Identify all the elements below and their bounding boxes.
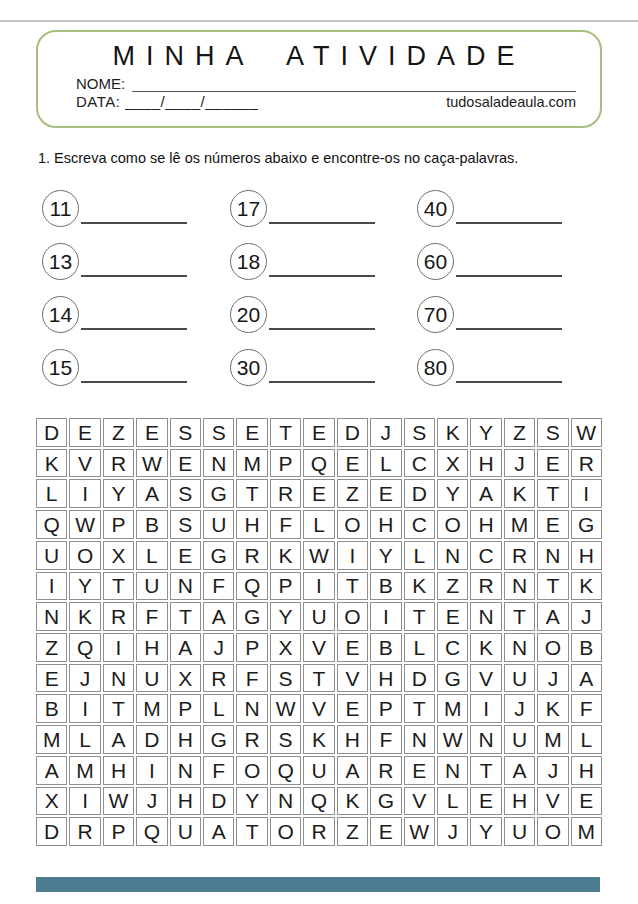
grid-cell-r13c14[interactable]: E [470, 787, 501, 816]
grid-cell-r4c7[interactable]: H [236, 510, 267, 539]
grid-cell-r11c17[interactable]: L [571, 725, 602, 754]
grid-cell-r13c5[interactable]: H [170, 787, 201, 816]
grid-cell-r10c8[interactable]: W [270, 694, 301, 723]
grid-cell-r5c16[interactable]: N [537, 541, 568, 570]
grid-cell-r10c4[interactable]: M [136, 694, 167, 723]
worksheet-page: MINHA ATIVIDADE NOME: DATA: ____/____/__… [0, 0, 638, 904]
grid-cell-r10c17[interactable]: F [571, 694, 602, 723]
grid-cell-r9c1[interactable]: E [36, 664, 67, 693]
grid-cell-r14c8[interactable]: O [270, 817, 301, 846]
grid-cell-r6c4[interactable]: U [136, 572, 167, 601]
grid-cell-r4c11[interactable]: H [370, 510, 401, 539]
grid-cell-r10c14[interactable]: I [470, 694, 501, 723]
grid-cell-r5c11[interactable]: Y [370, 541, 401, 570]
answer-line[interactable] [269, 275, 375, 277]
grid-cell-r3c8[interactable]: R [270, 479, 301, 508]
grid-cell-r10c6[interactable]: L [203, 694, 234, 723]
grid-cell-r14c12[interactable]: W [404, 817, 435, 846]
grid-cell-r12c8[interactable]: Q [270, 756, 301, 785]
grid-cell-r9c16[interactable]: J [537, 664, 568, 693]
answer-line[interactable] [81, 381, 187, 383]
grid-cell-r3c2[interactable]: I [69, 479, 100, 508]
grid-cell-r7c9[interactable]: U [303, 602, 334, 631]
grid-cell-r1c11[interactable]: J [370, 418, 401, 447]
grid-cell-r8c5[interactable]: A [170, 633, 201, 662]
grid-cell-r10c1[interactable]: B [36, 694, 67, 723]
number-circle: 20 [230, 296, 267, 333]
grid-cell-r3c11[interactable]: E [370, 479, 401, 508]
answer-line[interactable] [81, 222, 187, 224]
grid-cell-r5c4[interactable]: L [136, 541, 167, 570]
grid-cell-r14c7[interactable]: T [236, 817, 267, 846]
answer-line[interactable] [456, 328, 562, 330]
grid-cell-r4c13[interactable]: O [437, 510, 468, 539]
grid-cell-r7c11[interactable]: I [370, 602, 401, 631]
grid-cell-r5c5[interactable]: E [170, 541, 201, 570]
grid-cell-r2c10[interactable]: E [337, 449, 368, 478]
grid-cell-r2c16[interactable]: E [537, 449, 568, 478]
grid-cell-r12c11[interactable]: R [370, 756, 401, 785]
grid-cell-r12c17[interactable]: H [571, 756, 602, 785]
grid-cell-r9c12[interactable]: D [404, 664, 435, 693]
grid-cell-r12c14[interactable]: T [470, 756, 501, 785]
grid-cell-r1c15[interactable]: Z [504, 418, 535, 447]
grid-cell-r6c1[interactable]: I [36, 572, 67, 601]
grid-cell-r3c16[interactable]: T [537, 479, 568, 508]
grid-cell-r12c13[interactable]: N [437, 756, 468, 785]
grid-cell-r4c12[interactable]: C [404, 510, 435, 539]
footer-accent-bar [36, 877, 600, 892]
grid-cell-r4c3[interactable]: P [103, 510, 134, 539]
exercise-instruction: 1. Escreva como se lê os números abaixo … [38, 150, 598, 166]
grid-cell-r9c5[interactable]: X [170, 664, 201, 693]
answer-line[interactable] [456, 222, 562, 224]
number-circle: 15 [42, 349, 79, 386]
grid-cell-r4c4[interactable]: B [136, 510, 167, 539]
grid-cell-r5c13[interactable]: N [437, 541, 468, 570]
grid-cell-r12c9[interactable]: U [303, 756, 334, 785]
grid-cell-r7c1[interactable]: N [36, 602, 67, 631]
grid-cell-r14c10[interactable]: Z [337, 817, 368, 846]
answer-line[interactable] [456, 275, 562, 277]
grid-cell-r5c3[interactable]: X [103, 541, 134, 570]
number-item-60: 60 [417, 242, 598, 280]
number-item-13: 13 [42, 242, 230, 280]
grid-cell-r5c12[interactable]: L [404, 541, 435, 570]
grid-cell-r2c13[interactable]: X [437, 449, 468, 478]
grid-cell-r10c7[interactable]: N [236, 694, 267, 723]
grid-cell-r4c16[interactable]: E [537, 510, 568, 539]
grid-cell-r7c16[interactable]: A [537, 602, 568, 631]
grid-cell-r9c11[interactable]: H [370, 664, 401, 693]
grid-cell-r12c3[interactable]: H [103, 756, 134, 785]
grid-cell-r13c17[interactable]: E [571, 787, 602, 816]
grid-cell-r2c12[interactable]: C [404, 449, 435, 478]
grid-cell-r4c10[interactable]: O [337, 510, 368, 539]
answer-line[interactable] [81, 328, 187, 330]
name-label: NOME: [76, 75, 125, 92]
number-circle: 13 [42, 243, 79, 280]
grid-cell-r9c9[interactable]: T [303, 664, 334, 693]
grid-cell-r14c16[interactable]: O [537, 817, 568, 846]
grid-cell-r8c12[interactable]: L [404, 633, 435, 662]
grid-cell-r14c6[interactable]: A [203, 817, 234, 846]
grid-cell-r11c7[interactable]: R [236, 725, 267, 754]
grid-cell-r3c9[interactable]: E [303, 479, 334, 508]
grid-cell-r6c6[interactable]: F [203, 572, 234, 601]
grid-cell-r1c13[interactable]: K [437, 418, 468, 447]
grid-cell-r6c13[interactable]: Z [437, 572, 468, 601]
grid-cell-r6c14[interactable]: R [470, 572, 501, 601]
grid-cell-r2c3[interactable]: R [103, 449, 134, 478]
grid-cell-r6c8[interactable]: P [270, 572, 301, 601]
grid-cell-r14c4[interactable]: Q [136, 817, 167, 846]
grid-cell-r2c15[interactable]: J [504, 449, 535, 478]
grid-cell-r6c16[interactable]: T [537, 572, 568, 601]
grid-cell-r11c8[interactable]: S [270, 725, 301, 754]
grid-cell-r8c15[interactable]: N [504, 633, 535, 662]
grid-cell-r5c2[interactable]: O [69, 541, 100, 570]
grid-cell-r10c16[interactable]: K [537, 694, 568, 723]
grid-cell-r2c2[interactable]: V [69, 449, 100, 478]
number-circle: 17 [230, 190, 267, 227]
grid-cell-r14c1[interactable]: D [36, 817, 67, 846]
grid-cell-r4c17[interactable]: G [571, 510, 602, 539]
grid-cell-r9c3[interactable]: N [103, 664, 134, 693]
grid-cell-r6c10[interactable]: T [337, 572, 368, 601]
answer-line[interactable] [81, 275, 187, 277]
grid-cell-r5c9[interactable]: W [303, 541, 334, 570]
grid-cell-r13c1[interactable]: X [36, 787, 67, 816]
grid-cell-r13c12[interactable]: V [404, 787, 435, 816]
grid-cell-r4c2[interactable]: W [69, 510, 100, 539]
grid-cell-r13c8[interactable]: N [270, 787, 301, 816]
grid-cell-r5c15[interactable]: R [504, 541, 535, 570]
grid-cell-r10c15[interactable]: J [504, 694, 535, 723]
grid-cell-r6c7[interactable]: Q [236, 572, 267, 601]
grid-cell-r4c5[interactable]: S [170, 510, 201, 539]
grid-cell-r2c8[interactable]: P [270, 449, 301, 478]
grid-cell-r8c2[interactable]: Q [69, 633, 100, 662]
number-item-17: 17 [230, 189, 417, 227]
grid-cell-r12c16[interactable]: J [537, 756, 568, 785]
number-item-14: 14 [42, 295, 230, 333]
grid-cell-r11c5[interactable]: H [170, 725, 201, 754]
grid-cell-r10c9[interactable]: V [303, 694, 334, 723]
grid-cell-r9c4[interactable]: U [136, 664, 167, 693]
grid-cell-r2c17[interactable]: R [571, 449, 602, 478]
grid-cell-r9c13[interactable]: G [437, 664, 468, 693]
grid-cell-r6c5[interactable]: N [170, 572, 201, 601]
grid-cell-r13c10[interactable]: K [337, 787, 368, 816]
grid-cell-r2c6[interactable]: N [203, 449, 234, 478]
grid-cell-r6c3[interactable]: T [103, 572, 134, 601]
grid-cell-r1c4[interactable]: E [136, 418, 167, 447]
grid-cell-r3c17[interactable]: I [571, 479, 602, 508]
name-input-line[interactable] [132, 75, 576, 92]
numbers-to-spell-list: 111740131860142070153080 [42, 189, 598, 386]
grid-cell-r3c5[interactable]: S [170, 479, 201, 508]
grid-cell-r1c3[interactable]: Z [103, 418, 134, 447]
grid-cell-r7c3[interactable]: R [103, 602, 134, 631]
grid-cell-r5c10[interactable]: I [337, 541, 368, 570]
grid-cell-r3c10[interactable]: Z [337, 479, 368, 508]
grid-cell-r9c2[interactable]: J [69, 664, 100, 693]
grid-cell-r12c4[interactable]: I [136, 756, 167, 785]
number-circle: 18 [230, 243, 267, 280]
number-item-20: 20 [230, 295, 417, 333]
grid-cell-r11c16[interactable]: M [537, 725, 568, 754]
grid-cell-r8c3[interactable]: I [103, 633, 134, 662]
grid-cell-r11c1[interactable]: M [36, 725, 67, 754]
grid-cell-r11c6[interactable]: G [203, 725, 234, 754]
grid-cell-r4c6[interactable]: U [203, 510, 234, 539]
grid-cell-r11c4[interactable]: D [136, 725, 167, 754]
grid-cell-r7c17[interactable]: J [571, 602, 602, 631]
grid-cell-r1c6[interactable]: S [203, 418, 234, 447]
grid-cell-r3c6[interactable]: G [203, 479, 234, 508]
grid-cell-r2c9[interactable]: Q [303, 449, 334, 478]
grid-cell-r3c1[interactable]: L [36, 479, 67, 508]
grid-cell-r12c12[interactable]: E [404, 756, 435, 785]
date-label: DATA: [76, 93, 120, 110]
grid-cell-r12c10[interactable]: A [337, 756, 368, 785]
answer-line[interactable] [269, 222, 375, 224]
grid-cell-r13c11[interactable]: G [370, 787, 401, 816]
page-title: MINHA ATIVIDADE [38, 41, 600, 72]
grid-cell-r8c8[interactable]: X [270, 633, 301, 662]
grid-cell-r5c1[interactable]: U [36, 541, 67, 570]
number-item-80: 80 [417, 348, 598, 386]
grid-cell-r8c17[interactable]: B [571, 633, 602, 662]
grid-cell-r1c8[interactable]: T [270, 418, 301, 447]
grid-cell-r11c9[interactable]: K [303, 725, 334, 754]
grid-cell-r10c5[interactable]: P [170, 694, 201, 723]
answer-line[interactable] [456, 381, 562, 383]
grid-cell-r1c10[interactable]: D [337, 418, 368, 447]
grid-cell-r14c5[interactable]: U [170, 817, 201, 846]
grid-cell-r3c15[interactable]: K [504, 479, 535, 508]
grid-cell-r8c7[interactable]: P [236, 633, 267, 662]
grid-cell-r2c5[interactable]: E [170, 449, 201, 478]
grid-cell-r14c11[interactable]: E [370, 817, 401, 846]
grid-cell-r1c1[interactable]: D [36, 418, 67, 447]
grid-cell-r8c16[interactable]: O [537, 633, 568, 662]
grid-cell-r3c4[interactable]: A [136, 479, 167, 508]
grid-cell-r8c11[interactable]: B [370, 633, 401, 662]
grid-cell-r14c17[interactable]: M [571, 817, 602, 846]
grid-cell-r14c9[interactable]: R [303, 817, 334, 846]
grid-cell-r11c12[interactable]: N [404, 725, 435, 754]
grid-cell-r1c12[interactable]: S [404, 418, 435, 447]
grid-cell-r11c11[interactable]: F [370, 725, 401, 754]
grid-cell-r9c15[interactable]: U [504, 664, 535, 693]
grid-cell-r11c14[interactable]: N [470, 725, 501, 754]
grid-cell-r7c14[interactable]: N [470, 602, 501, 631]
grid-cell-r4c1[interactable]: Q [36, 510, 67, 539]
grid-cell-r7c15[interactable]: T [504, 602, 535, 631]
grid-cell-r13c7[interactable]: Y [236, 787, 267, 816]
grid-cell-r3c12[interactable]: D [404, 479, 435, 508]
grid-cell-r7c12[interactable]: T [404, 602, 435, 631]
grid-cell-r11c13[interactable]: W [437, 725, 468, 754]
grid-cell-r13c3[interactable]: W [103, 787, 134, 816]
grid-cell-r7c7[interactable]: G [236, 602, 267, 631]
grid-cell-r14c2[interactable]: R [69, 817, 100, 846]
number-circle: 40 [417, 190, 454, 227]
grid-cell-r10c2[interactable]: I [69, 694, 100, 723]
grid-cell-r13c2[interactable]: I [69, 787, 100, 816]
grid-cell-r5c17[interactable]: H [571, 541, 602, 570]
grid-cell-r1c14[interactable]: Y [470, 418, 501, 447]
number-circle: 11 [42, 190, 79, 227]
number-item-15: 15 [42, 348, 230, 386]
grid-cell-r6c12[interactable]: K [404, 572, 435, 601]
grid-cell-r7c10[interactable]: O [337, 602, 368, 631]
grid-cell-r3c13[interactable]: Y [437, 479, 468, 508]
grid-cell-r1c7[interactable]: E [236, 418, 267, 447]
grid-cell-r9c6[interactable]: R [203, 664, 234, 693]
number-item-70: 70 [417, 295, 598, 333]
grid-cell-r1c2[interactable]: E [69, 418, 100, 447]
grid-cell-r12c7[interactable]: O [236, 756, 267, 785]
grid-cell-r7c13[interactable]: E [437, 602, 468, 631]
grid-cell-r12c5[interactable]: N [170, 756, 201, 785]
grid-cell-r10c11[interactable]: P [370, 694, 401, 723]
grid-cell-r14c13[interactable]: J [437, 817, 468, 846]
number-circle: 80 [417, 349, 454, 386]
grid-cell-r8c4[interactable]: H [136, 633, 167, 662]
grid-cell-r6c17[interactable]: K [571, 572, 602, 601]
grid-cell-r9c10[interactable]: V [337, 664, 368, 693]
answer-line[interactable] [269, 381, 375, 383]
number-item-11: 11 [42, 189, 230, 227]
grid-cell-r5c6[interactable]: G [203, 541, 234, 570]
grid-cell-r5c8[interactable]: K [270, 541, 301, 570]
grid-cell-r4c14[interactable]: H [470, 510, 501, 539]
grid-cell-r8c13[interactable]: C [437, 633, 468, 662]
grid-cell-r2c11[interactable]: L [370, 449, 401, 478]
grid-cell-r4c8[interactable]: F [270, 510, 301, 539]
grid-cell-r11c2[interactable]: L [69, 725, 100, 754]
grid-cell-r10c13[interactable]: M [437, 694, 468, 723]
grid-cell-r12c15[interactable]: A [504, 756, 535, 785]
grid-cell-r2c7[interactable]: M [236, 449, 267, 478]
grid-cell-r13c9[interactable]: Q [303, 787, 334, 816]
top-divider-line [0, 20, 638, 22]
date-input-blanks[interactable]: ____/____/______ [125, 93, 258, 110]
grid-cell-r5c7[interactable]: R [236, 541, 267, 570]
grid-cell-r3c7[interactable]: T [236, 479, 267, 508]
grid-cell-r8c1[interactable]: Z [36, 633, 67, 662]
grid-cell-r13c13[interactable]: L [437, 787, 468, 816]
number-circle: 14 [42, 296, 79, 333]
grid-cell-r6c9[interactable]: I [303, 572, 334, 601]
grid-cell-r7c2[interactable]: K [69, 602, 100, 631]
grid-cell-r11c15[interactable]: U [504, 725, 535, 754]
grid-cell-r7c5[interactable]: T [170, 602, 201, 631]
grid-cell-r13c4[interactable]: J [136, 787, 167, 816]
grid-cell-r7c6[interactable]: A [203, 602, 234, 631]
grid-cell-r3c3[interactable]: Y [103, 479, 134, 508]
grid-cell-r2c4[interactable]: W [136, 449, 167, 478]
grid-cell-r8c9[interactable]: V [303, 633, 334, 662]
grid-cell-r3c14[interactable]: A [470, 479, 501, 508]
grid-cell-r14c14[interactable]: Y [470, 817, 501, 846]
grid-cell-r8c14[interactable]: K [470, 633, 501, 662]
grid-cell-r12c2[interactable]: M [69, 756, 100, 785]
grid-cell-r14c3[interactable]: P [103, 817, 134, 846]
grid-cell-r12c6[interactable]: F [203, 756, 234, 785]
grid-cell-r6c15[interactable]: N [504, 572, 535, 601]
grid-cell-r11c10[interactable]: H [337, 725, 368, 754]
grid-cell-r4c15[interactable]: M [504, 510, 535, 539]
answer-line[interactable] [269, 328, 375, 330]
number-circle: 60 [417, 243, 454, 280]
number-circle: 30 [230, 349, 267, 386]
grid-cell-r6c2[interactable]: Y [69, 572, 100, 601]
grid-cell-r9c7[interactable]: F [236, 664, 267, 693]
grid-cell-r7c4[interactable]: F [136, 602, 167, 631]
grid-cell-r10c3[interactable]: T [103, 694, 134, 723]
grid-cell-r1c17[interactable]: W [571, 418, 602, 447]
grid-cell-r7c8[interactable]: Y [270, 602, 301, 631]
grid-cell-r10c12[interactable]: T [404, 694, 435, 723]
number-circle: 70 [417, 296, 454, 333]
grid-cell-r9c17[interactable]: A [571, 664, 602, 693]
grid-cell-r2c14[interactable]: H [470, 449, 501, 478]
grid-cell-r1c5[interactable]: S [170, 418, 201, 447]
header-box: MINHA ATIVIDADE NOME: DATA: ____/____/__… [36, 30, 602, 128]
grid-cell-r2c1[interactable]: K [36, 449, 67, 478]
grid-cell-r12c1[interactable]: A [36, 756, 67, 785]
wordsearch-grid: DEZESSETEDJSKYZSWKVRWENMPQELCXHJERLIYASG… [36, 418, 602, 846]
number-item-18: 18 [230, 242, 417, 280]
grid-cell-r1c16[interactable]: S [537, 418, 568, 447]
grid-cell-r8c6[interactable]: J [203, 633, 234, 662]
grid-cell-r13c16[interactable]: V [537, 787, 568, 816]
number-item-30: 30 [230, 348, 417, 386]
number-item-40: 40 [417, 189, 598, 227]
grid-cell-r8c10[interactable]: E [337, 633, 368, 662]
grid-cell-r1c9[interactable]: E [303, 418, 334, 447]
website-credit: tudosaladeaula.com [446, 94, 576, 110]
grid-cell-r13c15[interactable]: H [504, 787, 535, 816]
grid-cell-r11c3[interactable]: A [103, 725, 134, 754]
grid-cell-r14c15[interactable]: U [504, 817, 535, 846]
grid-cell-r13c6[interactable]: D [203, 787, 234, 816]
grid-cell-r9c14[interactable]: V [470, 664, 501, 693]
grid-cell-r10c10[interactable]: E [337, 694, 368, 723]
grid-cell-r4c9[interactable]: L [303, 510, 334, 539]
grid-cell-r5c14[interactable]: C [470, 541, 501, 570]
grid-cell-r9c8[interactable]: S [270, 664, 301, 693]
grid-cell-r6c11[interactable]: B [370, 572, 401, 601]
